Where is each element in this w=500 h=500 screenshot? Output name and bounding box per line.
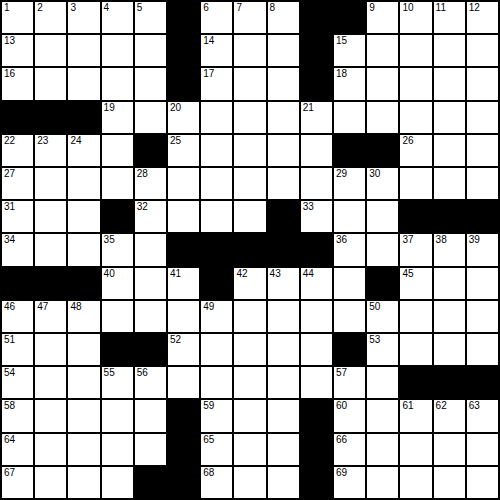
black-cell	[334, 334, 365, 365]
crossword-cell[interactable]: 1	[2, 2, 33, 33]
clue-number: 41	[170, 268, 181, 280]
black-cell	[135, 334, 166, 365]
crossword-cell[interactable]: 46	[2, 301, 33, 332]
clue-number: 60	[336, 400, 347, 412]
crossword-cell[interactable]	[434, 168, 465, 199]
clue-number: 4	[104, 2, 110, 14]
clue-number: 38	[436, 234, 447, 246]
clue-number: 44	[303, 268, 314, 280]
crossword-cell[interactable]	[334, 268, 365, 299]
black-cell	[301, 35, 332, 66]
crossword-cell[interactable]: 10	[400, 2, 431, 33]
crossword-cell[interactable]	[434, 135, 465, 166]
crossword-cell[interactable]	[201, 367, 232, 398]
crossword-cell[interactable]	[168, 201, 199, 232]
clue-number: 68	[203, 467, 214, 479]
crossword-cell[interactable]	[168, 168, 199, 199]
black-cell	[35, 268, 66, 299]
black-cell	[367, 135, 398, 166]
black-cell	[301, 467, 332, 498]
crossword-cell[interactable]	[68, 68, 99, 99]
crossword-cell[interactable]	[467, 467, 498, 498]
black-cell	[135, 135, 166, 166]
crossword-cell[interactable]	[201, 168, 232, 199]
black-cell	[334, 135, 365, 166]
crossword-cell[interactable]	[400, 68, 431, 99]
clue-number: 3	[70, 2, 76, 14]
black-cell	[334, 2, 365, 33]
crossword-cell[interactable]: 30	[367, 168, 398, 199]
crossword-cell[interactable]	[467, 301, 498, 332]
crossword-cell[interactable]: 19	[102, 102, 133, 133]
clue-number: 47	[37, 301, 48, 313]
black-cell	[168, 400, 199, 431]
black-cell	[301, 434, 332, 465]
crossword-cell[interactable]	[434, 334, 465, 365]
crossword-cell[interactable]	[68, 367, 99, 398]
clue-number: 2	[37, 2, 43, 14]
clue-number: 1	[4, 2, 10, 14]
crossword-cell[interactable]: 18	[334, 68, 365, 99]
black-cell	[68, 102, 99, 133]
clue-number: 15	[336, 35, 347, 47]
crossword-cell[interactable]	[234, 400, 265, 431]
black-cell	[301, 234, 332, 265]
crossword-cell[interactable]	[434, 268, 465, 299]
crossword-cell[interactable]	[168, 367, 199, 398]
crossword-cell[interactable]: 26	[400, 135, 431, 166]
crossword-cell[interactable]	[102, 135, 133, 166]
crossword-cell[interactable]	[301, 334, 332, 365]
clue-number: 10	[402, 2, 413, 14]
crossword-cell[interactable]	[467, 268, 498, 299]
black-cell	[168, 68, 199, 99]
crossword-cell[interactable]	[102, 68, 133, 99]
crossword-cell[interactable]: 47	[35, 301, 66, 332]
black-cell	[68, 268, 99, 299]
crossword-cell[interactable]	[68, 234, 99, 265]
black-cell	[102, 201, 133, 232]
crossword-cell[interactable]: 57	[334, 367, 365, 398]
crossword-cell[interactable]: 66	[334, 434, 365, 465]
clue-number: 19	[104, 102, 115, 114]
crossword-cell[interactable]	[367, 234, 398, 265]
crossword-cell[interactable]	[201, 201, 232, 232]
clue-number: 35	[104, 234, 115, 246]
clue-number: 6	[203, 2, 209, 14]
clue-number: 34	[4, 234, 15, 246]
crossword-cell[interactable]: 39	[467, 234, 498, 265]
crossword-cell[interactable]: 43	[268, 268, 299, 299]
black-cell	[102, 334, 133, 365]
crossword-cell[interactable]: 37	[400, 234, 431, 265]
crossword-cell[interactable]: 49	[201, 301, 232, 332]
crossword-cell[interactable]	[400, 301, 431, 332]
crossword-cell[interactable]	[268, 367, 299, 398]
crossword-cell[interactable]	[268, 135, 299, 166]
clue-number: 23	[37, 135, 48, 147]
clue-number: 31	[4, 201, 15, 213]
black-cell	[168, 434, 199, 465]
crossword-cell[interactable]	[135, 102, 166, 133]
crossword-cell[interactable]: 54	[2, 367, 33, 398]
clue-number: 65	[203, 434, 214, 446]
crossword-cell[interactable]: 36	[334, 234, 365, 265]
crossword-cell[interactable]: 64	[2, 434, 33, 465]
crossword-cell[interactable]: 14	[201, 35, 232, 66]
crossword-cell[interactable]	[102, 168, 133, 199]
crossword-cell[interactable]: 27	[2, 168, 33, 199]
crossword-cell[interactable]: 69	[334, 467, 365, 498]
clue-number: 63	[469, 400, 480, 412]
crossword-cell[interactable]	[35, 201, 66, 232]
crossword-cell[interactable]: 35	[102, 234, 133, 265]
crossword-cell[interactable]	[234, 35, 265, 66]
crossword-cell[interactable]: 3	[68, 2, 99, 33]
crossword-cell[interactable]	[334, 201, 365, 232]
clue-number: 26	[402, 135, 413, 147]
crossword-cell[interactable]	[367, 201, 398, 232]
clue-number: 52	[170, 334, 181, 346]
crossword-cell[interactable]	[35, 68, 66, 99]
black-cell	[434, 201, 465, 232]
crossword-cell[interactable]: 15	[334, 35, 365, 66]
crossword-cell[interactable]	[400, 168, 431, 199]
clue-number: 11	[436, 2, 446, 14]
crossword-cell[interactable]	[35, 35, 66, 66]
crossword-cell[interactable]	[301, 168, 332, 199]
black-cell	[234, 234, 265, 265]
clue-number: 28	[137, 168, 148, 180]
crossword-cell[interactable]	[367, 35, 398, 66]
crossword-cell[interactable]	[234, 301, 265, 332]
clue-number: 55	[104, 367, 115, 379]
black-cell	[268, 201, 299, 232]
clue-number: 7	[236, 2, 242, 14]
crossword-cell[interactable]: 52	[168, 334, 199, 365]
black-cell	[301, 400, 332, 431]
crossword-cell[interactable]	[135, 35, 166, 66]
clue-number: 12	[469, 2, 480, 14]
crossword-cell[interactable]	[268, 301, 299, 332]
crossword-cell[interactable]	[35, 434, 66, 465]
crossword-cell[interactable]: 17	[201, 68, 232, 99]
crossword-cell[interactable]: 21	[301, 102, 332, 133]
crossword-cell[interactable]	[234, 135, 265, 166]
clue-number: 48	[70, 301, 81, 313]
crossword-cell[interactable]	[268, 434, 299, 465]
clue-number: 58	[4, 400, 15, 412]
crossword-cell[interactable]	[434, 434, 465, 465]
crossword-cell[interactable]	[102, 434, 133, 465]
crossword-cell[interactable]: 33	[301, 201, 332, 232]
crossword-cell[interactable]	[234, 467, 265, 498]
black-cell	[201, 268, 232, 299]
crossword-cell[interactable]: 22	[2, 135, 33, 166]
crossword-cell[interactable]: 34	[2, 234, 33, 265]
crossword-cell[interactable]: 32	[135, 201, 166, 232]
black-cell	[434, 367, 465, 398]
crossword-cell[interactable]: 51	[2, 334, 33, 365]
clue-number: 56	[137, 367, 148, 379]
crossword-cell[interactable]: 16	[2, 68, 33, 99]
crossword-cell[interactable]	[201, 135, 232, 166]
crossword-cell[interactable]	[135, 301, 166, 332]
clue-number: 14	[203, 35, 214, 47]
crossword-cell[interactable]	[234, 168, 265, 199]
crossword-cell[interactable]	[68, 400, 99, 431]
clue-number: 17	[203, 68, 214, 80]
crossword-cell[interactable]: 53	[367, 334, 398, 365]
crossword-cell[interactable]	[102, 35, 133, 66]
clue-number: 29	[336, 168, 347, 180]
black-cell	[301, 2, 332, 33]
crossword-cell[interactable]	[367, 434, 398, 465]
clue-number: 54	[4, 367, 15, 379]
crossword-cell[interactable]: 6	[201, 2, 232, 33]
black-cell	[301, 68, 332, 99]
crossword-cell[interactable]: 40	[102, 268, 133, 299]
crossword-cell[interactable]: 42	[234, 268, 265, 299]
crossword-cell[interactable]: 63	[467, 400, 498, 431]
crossword-cell[interactable]: 59	[201, 400, 232, 431]
crossword-cell[interactable]	[35, 400, 66, 431]
crossword-cell[interactable]	[268, 400, 299, 431]
crossword-cell[interactable]: 41	[168, 268, 199, 299]
crossword-cell[interactable]	[367, 400, 398, 431]
crossword-cell[interactable]: 4	[102, 2, 133, 33]
crossword-cell[interactable]: 9	[367, 2, 398, 33]
black-cell	[467, 367, 498, 398]
crossword-cell[interactable]: 25	[168, 135, 199, 166]
crossword-cell[interactable]	[467, 168, 498, 199]
crossword-cell[interactable]	[367, 367, 398, 398]
crossword-cell[interactable]	[135, 268, 166, 299]
crossword-cell[interactable]	[135, 434, 166, 465]
crossword-cell[interactable]	[467, 135, 498, 166]
crossword-cell[interactable]	[434, 35, 465, 66]
crossword-cell[interactable]	[135, 68, 166, 99]
black-cell	[400, 367, 431, 398]
clue-number: 64	[4, 434, 15, 446]
crossword-cell[interactable]	[268, 168, 299, 199]
crossword-cell[interactable]	[234, 334, 265, 365]
crossword-cell[interactable]	[400, 35, 431, 66]
crossword-cell[interactable]	[201, 334, 232, 365]
clue-number: 5	[137, 2, 143, 14]
clue-number: 67	[4, 467, 15, 479]
crossword-cell[interactable]: 61	[400, 400, 431, 431]
black-cell	[168, 234, 199, 265]
crossword-cell[interactable]	[434, 68, 465, 99]
crossword-cell[interactable]	[367, 68, 398, 99]
crossword-cell[interactable]	[35, 367, 66, 398]
clue-number: 37	[402, 234, 413, 246]
black-cell	[2, 102, 33, 133]
black-cell	[201, 234, 232, 265]
clue-number: 27	[4, 168, 15, 180]
clue-number: 33	[303, 201, 314, 213]
black-cell	[2, 268, 33, 299]
clue-number: 22	[4, 135, 15, 147]
crossword-cell[interactable]	[400, 102, 431, 133]
black-cell	[35, 102, 66, 133]
crossword-cell[interactable]	[467, 434, 498, 465]
crossword-cell[interactable]: 31	[2, 201, 33, 232]
crossword-cell[interactable]	[168, 301, 199, 332]
crossword-cell[interactable]: 23	[35, 135, 66, 166]
clue-number: 51	[4, 334, 15, 346]
crossword-cell[interactable]	[268, 35, 299, 66]
clue-number: 57	[336, 367, 347, 379]
clue-number: 9	[369, 2, 375, 14]
crossword-cell[interactable]	[367, 102, 398, 133]
crossword-cell[interactable]	[400, 434, 431, 465]
crossword-cell[interactable]	[135, 400, 166, 431]
crossword-cell[interactable]: 58	[2, 400, 33, 431]
clue-number: 69	[336, 467, 347, 479]
clue-number: 50	[369, 301, 380, 313]
clue-number: 13	[4, 35, 15, 47]
crossword-cell[interactable]	[135, 234, 166, 265]
crossword-cell[interactable]: 55	[102, 367, 133, 398]
crossword-cell[interactable]	[68, 201, 99, 232]
crossword-cell[interactable]	[268, 102, 299, 133]
clue-number: 32	[137, 201, 148, 213]
clue-number: 18	[336, 68, 347, 80]
clue-number: 62	[436, 400, 447, 412]
clue-number: 53	[369, 334, 380, 346]
crossword-cell[interactable]: 29	[334, 168, 365, 199]
black-cell	[400, 201, 431, 232]
crossword-cell[interactable]	[68, 35, 99, 66]
clue-number: 36	[336, 234, 347, 246]
crossword-cell[interactable]	[400, 467, 431, 498]
black-cell	[168, 467, 199, 498]
crossword-cell[interactable]: 7	[234, 2, 265, 33]
crossword-cell[interactable]: 38	[434, 234, 465, 265]
crossword-cell[interactable]: 56	[135, 367, 166, 398]
crossword-cell[interactable]: 48	[68, 301, 99, 332]
crossword-cell[interactable]: 2	[35, 2, 66, 33]
crossword-cell[interactable]	[102, 301, 133, 332]
crossword-cell[interactable]: 13	[2, 35, 33, 66]
black-cell	[467, 201, 498, 232]
crossword-cell[interactable]	[367, 467, 398, 498]
crossword-cell[interactable]	[334, 301, 365, 332]
clue-number: 39	[469, 234, 480, 246]
black-cell	[168, 35, 199, 66]
clue-number: 46	[4, 301, 15, 313]
crossword-cell[interactable]: 11	[434, 2, 465, 33]
crossword-cell[interactable]: 44	[301, 268, 332, 299]
black-cell	[268, 234, 299, 265]
clue-number: 30	[369, 168, 380, 180]
clue-number: 49	[203, 301, 214, 313]
clue-number: 20	[170, 102, 181, 114]
crossword-cell[interactable]: 12	[467, 2, 498, 33]
crossword-cell[interactable]: 60	[334, 400, 365, 431]
crossword-cell[interactable]	[467, 68, 498, 99]
crossword-cell[interactable]	[102, 400, 133, 431]
crossword-cell[interactable]	[467, 334, 498, 365]
crossword-cell[interactable]	[301, 135, 332, 166]
crossword-cell[interactable]	[102, 467, 133, 498]
crossword-cell[interactable]	[301, 301, 332, 332]
crossword-cell[interactable]	[234, 201, 265, 232]
crossword-cell[interactable]: 62	[434, 400, 465, 431]
clue-number: 59	[203, 400, 214, 412]
clue-number: 16	[4, 68, 15, 80]
crossword-cell[interactable]	[68, 467, 99, 498]
crossword-cell[interactable]	[400, 334, 431, 365]
crossword-cell[interactable]	[268, 467, 299, 498]
crossword-cell[interactable]	[68, 168, 99, 199]
black-cell	[168, 2, 199, 33]
crossword-cell[interactable]	[68, 334, 99, 365]
crossword-cell[interactable]: 50	[367, 301, 398, 332]
crossword-cell[interactable]: 5	[135, 2, 166, 33]
crossword-cell[interactable]	[68, 434, 99, 465]
crossword-cell[interactable]: 24	[68, 135, 99, 166]
crossword-cell[interactable]: 67	[2, 467, 33, 498]
crossword-board: 1234567891011121314151617181920212223242…	[0, 0, 500, 500]
crossword-cell[interactable]	[234, 68, 265, 99]
crossword-cell[interactable]: 65	[201, 434, 232, 465]
crossword-cell[interactable]	[201, 102, 232, 133]
black-cell	[135, 467, 166, 498]
clue-number: 43	[270, 268, 281, 280]
crossword-cell[interactable]	[35, 234, 66, 265]
clue-number: 25	[170, 135, 181, 147]
black-cell	[367, 268, 398, 299]
clue-number: 42	[236, 268, 247, 280]
crossword-cell[interactable]	[35, 467, 66, 498]
crossword-cell[interactable]	[434, 102, 465, 133]
crossword-cell[interactable]	[434, 301, 465, 332]
crossword-cell[interactable]	[35, 334, 66, 365]
crossword-cell[interactable]	[234, 434, 265, 465]
crossword-cell[interactable]	[434, 467, 465, 498]
crossword-cell[interactable]	[301, 367, 332, 398]
clue-number: 40	[104, 268, 115, 280]
crossword-cell[interactable]	[467, 102, 498, 133]
clue-number: 66	[336, 434, 347, 446]
crossword-cell[interactable]	[35, 168, 66, 199]
clue-number: 21	[303, 102, 314, 114]
crossword-cell[interactable]	[268, 68, 299, 99]
crossword-cell[interactable]: 68	[201, 467, 232, 498]
crossword-cell[interactable]: 8	[268, 2, 299, 33]
clue-number: 45	[402, 268, 413, 280]
crossword-cell[interactable]	[467, 35, 498, 66]
crossword-cell[interactable]: 28	[135, 168, 166, 199]
crossword-cell[interactable]	[334, 102, 365, 133]
crossword-cell[interactable]	[234, 102, 265, 133]
clue-number: 61	[402, 400, 413, 412]
crossword-cell[interactable]: 45	[400, 268, 431, 299]
clue-number: 8	[270, 2, 276, 14]
crossword-cell[interactable]	[268, 334, 299, 365]
crossword-cell[interactable]	[234, 367, 265, 398]
crossword-cell[interactable]: 20	[168, 102, 199, 133]
clue-number: 24	[70, 135, 81, 147]
